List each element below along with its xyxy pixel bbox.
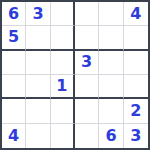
cell-r5c5[interactable]	[99, 99, 123, 123]
cell-r5c6[interactable]: 2	[124, 99, 148, 123]
cell-r1c4[interactable]	[75, 2, 99, 26]
cell-r6c5[interactable]: 6	[99, 124, 123, 148]
cell-r3c2[interactable]	[26, 51, 50, 75]
cell-r2c2[interactable]	[26, 26, 50, 50]
cell-r6c3[interactable]	[51, 124, 75, 148]
cell-r4c3[interactable]: 1	[51, 75, 75, 99]
cell-r4c2[interactable]	[26, 75, 50, 99]
cell-r4c1[interactable]	[2, 75, 26, 99]
cell-r1c2[interactable]: 3	[26, 2, 50, 26]
cell-r3c3[interactable]	[51, 51, 75, 75]
cell-r2c4[interactable]	[75, 26, 99, 50]
cell-r1c6[interactable]: 4	[124, 2, 148, 26]
cell-r2c5[interactable]	[99, 26, 123, 50]
cell-r4c4[interactable]	[75, 75, 99, 99]
cell-r3c6[interactable]	[124, 51, 148, 75]
cell-r6c2[interactable]	[26, 124, 50, 148]
cell-r4c5[interactable]	[99, 75, 123, 99]
cell-r5c4[interactable]	[75, 99, 99, 123]
cell-r1c3[interactable]	[51, 2, 75, 26]
cell-r3c4[interactable]: 3	[75, 51, 99, 75]
cell-r6c6[interactable]: 3	[124, 124, 148, 148]
cell-r5c3[interactable]	[51, 99, 75, 123]
cell-r4c6[interactable]	[124, 75, 148, 99]
cell-r3c1[interactable]	[2, 51, 26, 75]
cell-r5c2[interactable]	[26, 99, 50, 123]
sudoku-board: 6345312463	[0, 0, 150, 150]
cell-r2c6[interactable]	[124, 26, 148, 50]
cell-r2c3[interactable]	[51, 26, 75, 50]
cell-r6c4[interactable]	[75, 124, 99, 148]
cell-r2c1[interactable]: 5	[2, 26, 26, 50]
cell-r1c5[interactable]	[99, 2, 123, 26]
cell-r3c5[interactable]	[99, 51, 123, 75]
cell-r6c1[interactable]: 4	[2, 124, 26, 148]
cell-r5c1[interactable]	[2, 99, 26, 123]
cell-r1c1[interactable]: 6	[2, 2, 26, 26]
